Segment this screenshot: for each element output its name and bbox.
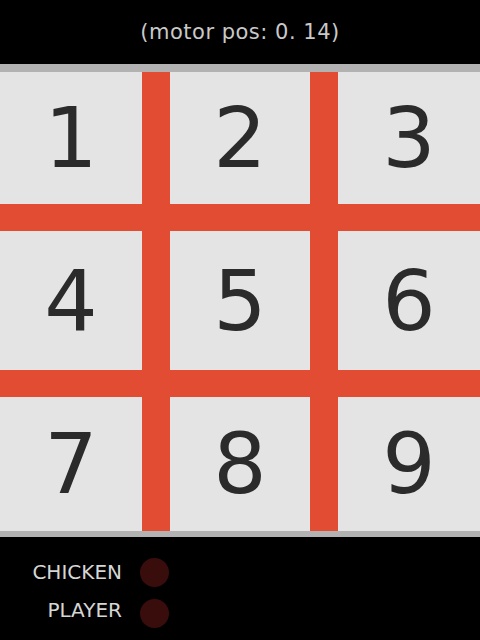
board-cell-9[interactable]: 9 xyxy=(338,397,480,531)
cell-label: 3 xyxy=(382,96,435,180)
board-cell-1[interactable]: 1 xyxy=(0,72,142,204)
board-cell-5[interactable]: 5 xyxy=(170,231,310,370)
board-cell-3[interactable]: 3 xyxy=(338,72,480,204)
board-cell-2[interactable]: 2 xyxy=(170,72,310,204)
cell-label: 7 xyxy=(44,422,97,506)
board-cell-7[interactable]: 7 xyxy=(0,397,142,531)
chicken-led-indicator xyxy=(140,558,169,587)
game-screen: (motor pos: 0. 14) 1 2 3 4 5 6 7 8 9 xyxy=(0,0,480,640)
cell-label: 6 xyxy=(382,259,435,343)
tic-tac-toe-board: 1 2 3 4 5 6 7 8 9 xyxy=(0,72,480,531)
board-cell-6[interactable]: 6 xyxy=(338,231,480,370)
cell-label: 9 xyxy=(382,422,435,506)
player-led-indicator xyxy=(140,599,169,628)
board-cell-4[interactable]: 4 xyxy=(0,231,142,370)
status-panel: CHICKEN PLAYER xyxy=(0,537,480,640)
chicken-indicator-label: CHICKEN xyxy=(0,562,122,582)
top-divider xyxy=(0,64,480,72)
header-bar: (motor pos: 0. 14) xyxy=(0,0,480,64)
cell-label: 2 xyxy=(213,96,266,180)
motor-position-readout: (motor pos: 0. 14) xyxy=(140,20,339,44)
cell-label: 8 xyxy=(213,422,266,506)
player-indicator-label: PLAYER xyxy=(0,600,122,620)
board-cell-8[interactable]: 8 xyxy=(170,397,310,531)
cell-label: 4 xyxy=(44,259,97,343)
cell-label: 1 xyxy=(44,96,97,180)
cell-label: 5 xyxy=(213,259,266,343)
